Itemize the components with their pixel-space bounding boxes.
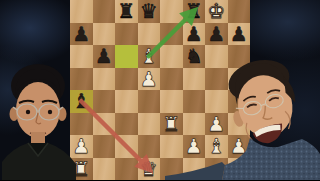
black-pawn: ♟ [183, 23, 206, 46]
square-b5 [93, 68, 116, 91]
black-rook: ♜ [183, 0, 206, 23]
square-a8 [70, 0, 93, 23]
square-c1 [115, 158, 138, 181]
black-pawn: ♟ [205, 23, 228, 46]
square-d7 [138, 23, 161, 46]
black-rook: ♜ [115, 0, 138, 23]
square-b6: ♟ [93, 45, 116, 68]
square-g8: ♚ [205, 0, 228, 23]
square-h8 [228, 0, 251, 23]
square-c4 [115, 90, 138, 113]
square-c7 [115, 23, 138, 46]
kramnik-head [221, 54, 304, 150]
square-d3 [138, 113, 161, 136]
kramnik-jacket [222, 138, 320, 180]
anand-eye [48, 110, 52, 114]
white-bishop: ♝ [138, 45, 161, 68]
square-d6: ♝ [138, 45, 161, 68]
square-c5 [115, 68, 138, 91]
square-b2 [93, 135, 116, 158]
square-e8 [160, 0, 183, 23]
square-d1: ♛ [138, 158, 161, 181]
square-f7: ♟ [183, 23, 206, 46]
white-queen: ♛ [138, 158, 161, 181]
square-c8: ♜ [115, 0, 138, 23]
square-d5: ♟ [138, 68, 161, 91]
square-a7: ♟ [70, 23, 93, 46]
black-pawn: ♟ [93, 45, 116, 68]
square-f8: ♜ [183, 0, 206, 23]
square-c3 [115, 113, 138, 136]
player-photo-kramnik [165, 50, 320, 180]
black-pawn: ♟ [70, 23, 93, 46]
kramnik-arm [165, 162, 225, 180]
white-pawn: ♟ [138, 68, 161, 91]
player-photo-anand [0, 56, 78, 180]
square-d8: ♛ [138, 0, 161, 23]
thumbnail: ♜♛♜♚♟♟♟♟♟♝♞♟♝♜♟♟♟♝♟♜♛ [0, 0, 320, 180]
square-b8 [93, 0, 116, 23]
square-b4 [93, 90, 116, 113]
anand-face [16, 82, 60, 138]
square-h7: ♟ [228, 23, 251, 46]
black-queen: ♛ [138, 0, 161, 23]
square-d4 [138, 90, 161, 113]
square-g7: ♟ [205, 23, 228, 46]
square-c2 [115, 135, 138, 158]
anand-eye [26, 110, 30, 114]
white-king: ♚ [205, 0, 228, 23]
square-c6 [115, 45, 138, 68]
square-b3 [93, 113, 116, 136]
square-b1 [93, 158, 116, 181]
square-e7 [160, 23, 183, 46]
square-b7 [93, 23, 116, 46]
black-pawn: ♟ [228, 23, 251, 46]
square-d2 [138, 135, 161, 158]
